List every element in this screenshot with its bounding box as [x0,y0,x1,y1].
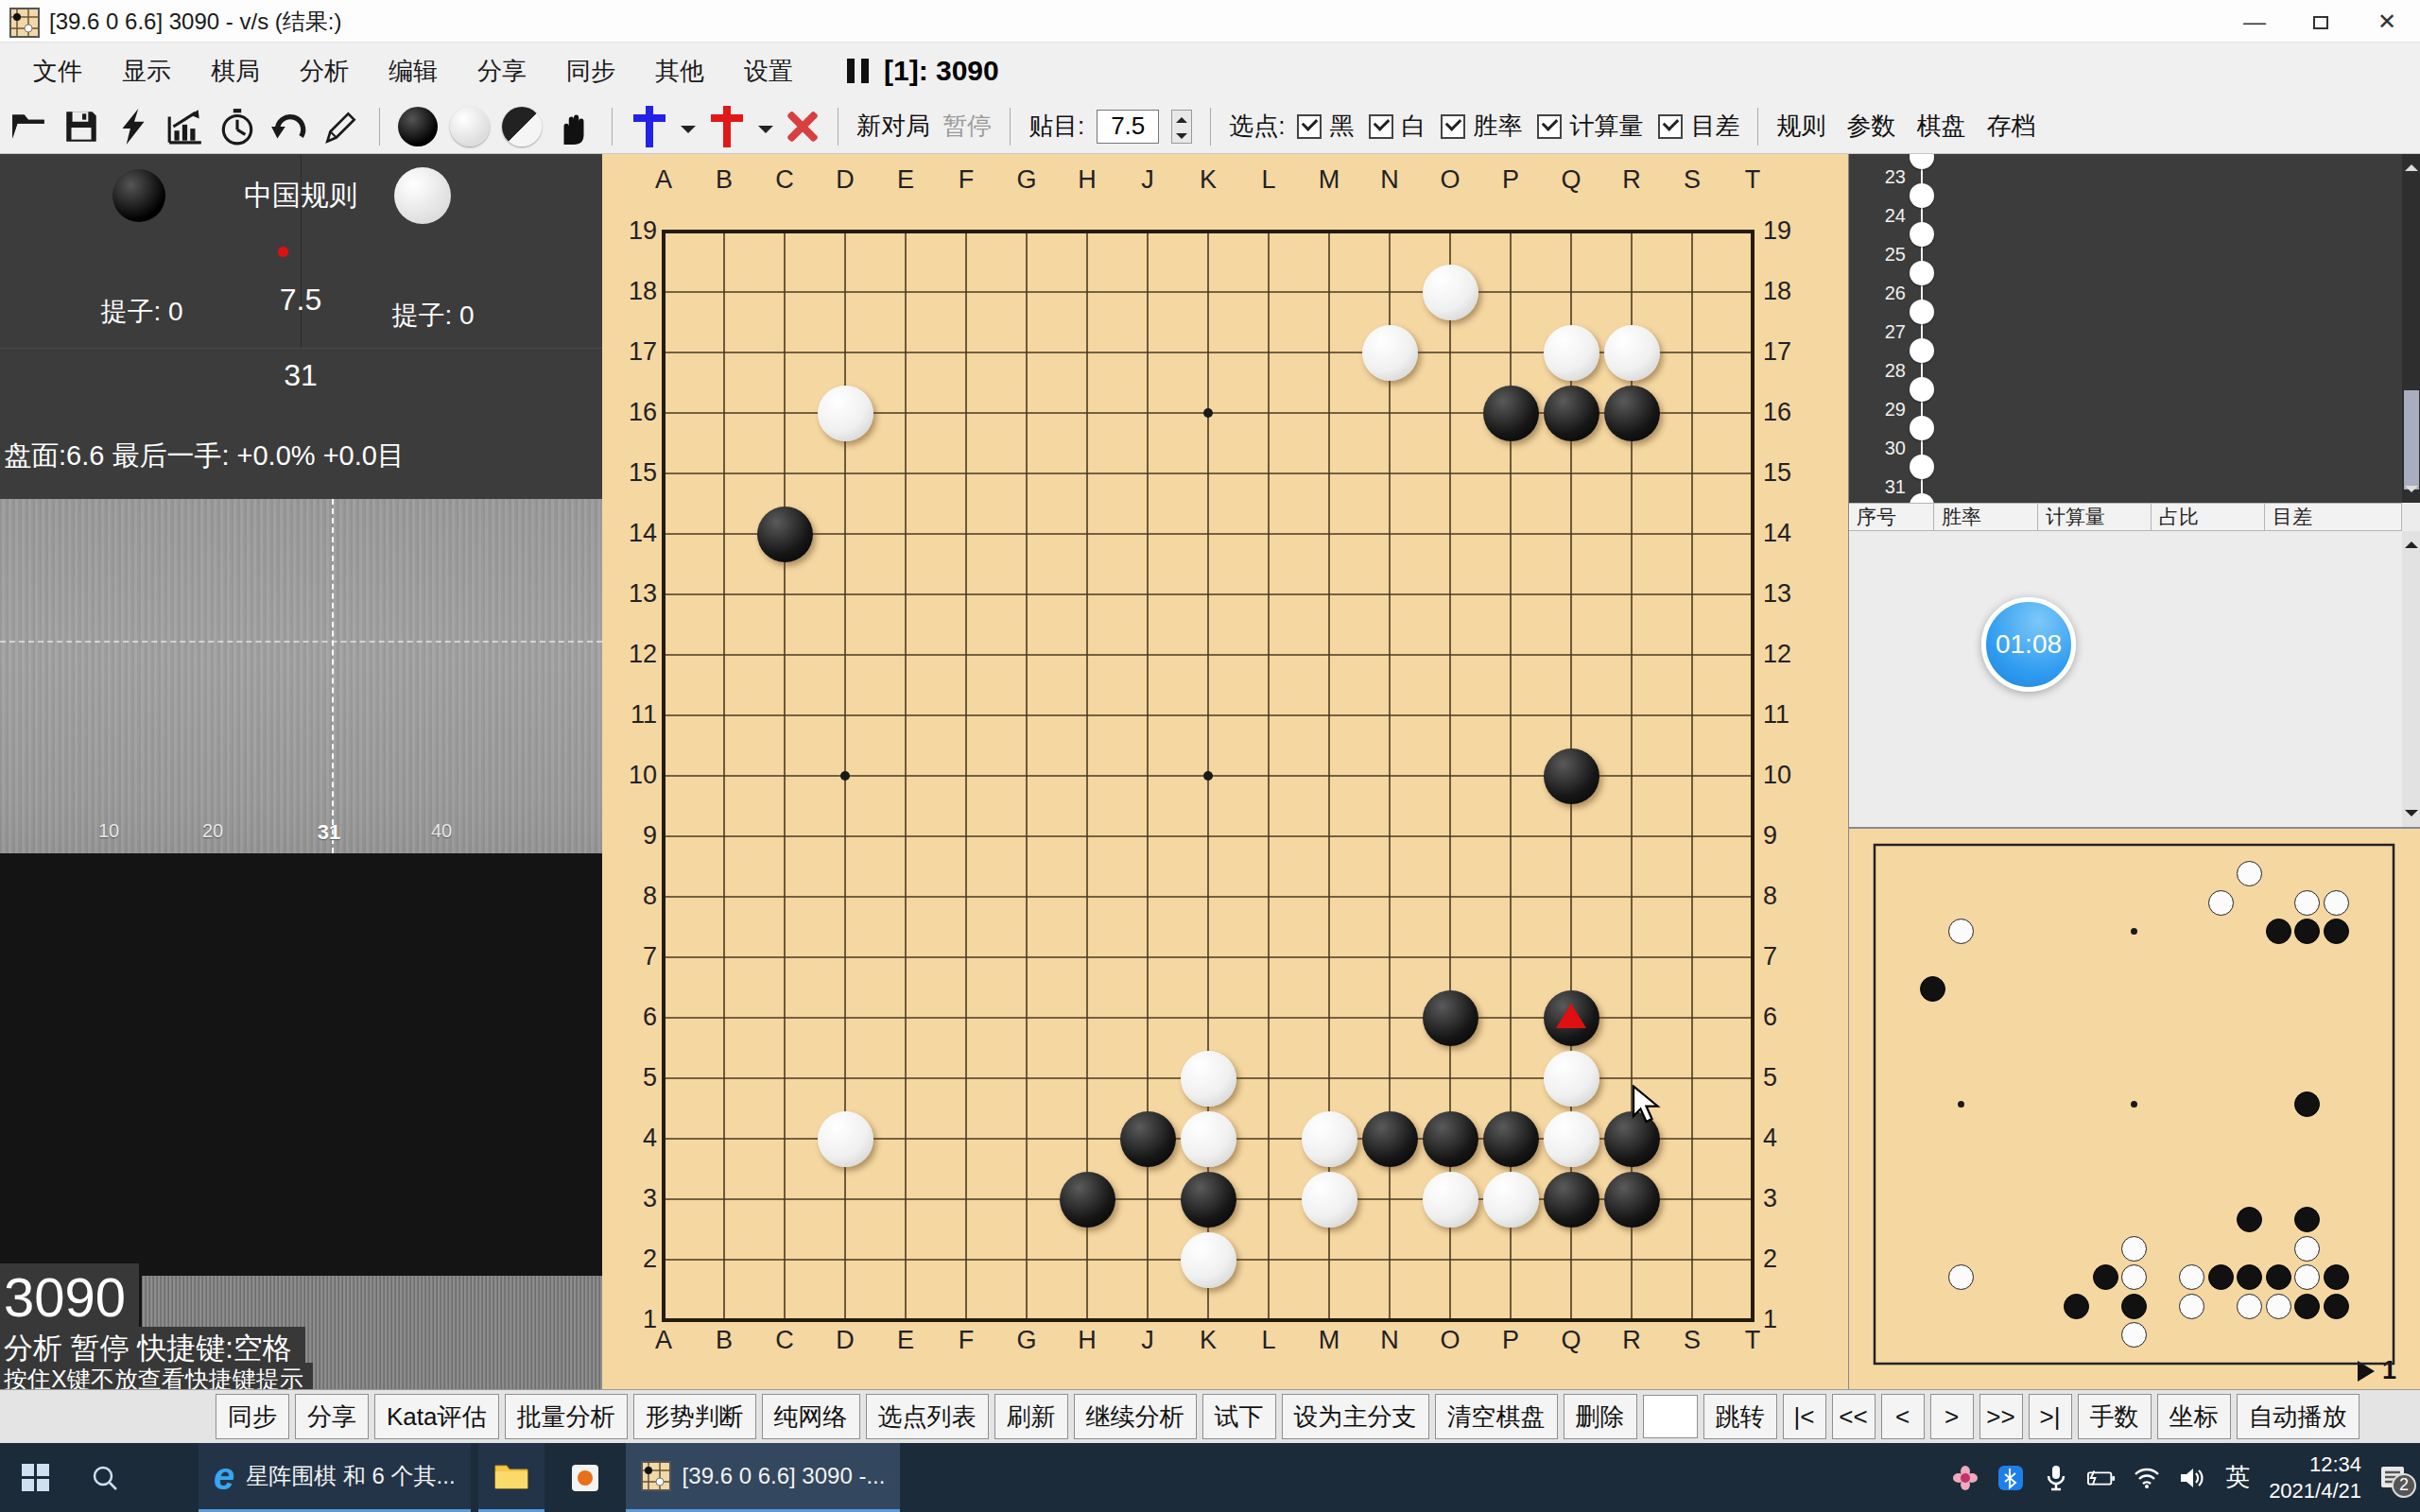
white-stone-R17[interactable] [2324,890,2349,916]
black-stone-P16[interactable] [1483,386,1539,441]
col-label-bottom-L: L [1250,1326,1288,1355]
move-node[interactable] [1910,300,1934,324]
close-button[interactable]: ✕ [2354,0,2420,43]
open-file-icon[interactable] [9,107,49,146]
row-label-right-9: 9 [1763,821,1810,850]
col-label-top-H: H [1068,165,1106,195]
nav-button-<[interactable]: < [1881,1394,1925,1439]
taskbar-store-app[interactable] [552,1443,618,1512]
col-label-bottom-J: J [1129,1326,1167,1355]
edge-icon: e [214,1455,234,1498]
bottom-button-自动播放[interactable]: 自动播放 [2237,1394,2359,1439]
go-app-label: [39.6 0 6.6] 3090 -... [683,1463,886,1489]
black-stone-P16[interactable] [2266,919,2291,944]
white-stone-D4[interactable] [818,1111,873,1167]
black-stone-O6[interactable] [1423,990,1478,1046]
row-label-left-12: 12 [615,640,657,669]
row-label-right-5: 5 [1763,1063,1810,1092]
nav-button-<<[interactable]: << [1832,1394,1875,1439]
move-node[interactable] [1910,493,1934,503]
row-label-left-3: 3 [615,1184,657,1213]
menu-item-设置[interactable]: 设置 [724,55,813,88]
black-stone-J4[interactable] [1120,1111,1176,1167]
clock-icon[interactable] [217,107,257,146]
white-stone-P3[interactable] [2266,1294,2291,1319]
graph-tick: 40 [423,820,460,842]
black-stone-O4[interactable] [2237,1264,2262,1290]
store-icon [570,1463,600,1493]
move-node[interactable] [1910,377,1934,402]
komi-input[interactable] [1097,110,1159,144]
star-point-D10 [1958,1101,1964,1108]
white-stone-M3[interactable] [2179,1294,2204,1319]
white-stone-O3[interactable] [1423,1172,1478,1228]
alternate-stone-icon[interactable] [502,107,542,146]
col-label-top-G: G [1008,165,1046,195]
white-stone-D4[interactable] [1948,1264,1974,1290]
analysis-timer: 01:08 [1981,597,2076,692]
menu-item-同步[interactable]: 同步 [546,55,635,88]
move-node[interactable] [1910,455,1934,479]
menu-item-文件[interactable]: 文件 [13,55,102,88]
undo-icon[interactable] [269,107,309,146]
chart-icon[interactable] [165,107,205,146]
clock-time: 12:34 [2269,1452,2361,1478]
row-label-right-16: 16 [1763,398,1810,427]
menu-items: 文件显示棋局分析编辑分享同步其他设置 [13,55,813,88]
notification-badge: 2 [2392,1473,2416,1498]
row-label-left-8: 8 [615,882,657,911]
folder-icon [494,1462,528,1490]
white-stone-D16[interactable] [818,386,873,441]
go-app-icon [641,1461,671,1491]
bottom-button-刷新[interactable]: 刷新 [994,1394,1068,1439]
toolbar-separator [1210,108,1211,146]
row-label-left-5: 5 [615,1063,657,1092]
start-button[interactable] [0,1443,70,1512]
menu-item-其他[interactable]: 其他 [635,55,724,88]
col-label-top-O: O [1431,165,1469,195]
pause-button[interactable]: 暂停 [942,110,992,143]
col-label-top-J: J [1129,165,1167,195]
bottom-toolbar: 同步分享Kata评估批量分析形势判断纯网络选点列表刷新继续分析试下设为主分支清空… [0,1389,2420,1443]
move-node-label: 27 [1857,321,1906,343]
black-stone-K3[interactable] [1181,1172,1236,1228]
taskbar-explorer-app[interactable] [478,1443,544,1512]
black-stone-R4[interactable] [2324,1264,2349,1290]
white-stone-K5[interactable] [1181,1051,1236,1107]
app-icon [9,8,40,38]
black-stone-H3[interactable] [1060,1172,1115,1228]
scroll-up-icon[interactable] [2405,535,2418,548]
menu-item-编辑[interactable]: 编辑 [369,55,458,88]
white-stone-P3[interactable] [1483,1172,1539,1228]
speaker-icon[interactable] [2178,1464,2206,1492]
black-stone-Q3[interactable] [2294,1294,2320,1319]
system-tray: 英 12:34 2021/4/21 2 [1951,1452,2420,1504]
col-label-bottom-G: G [1008,1326,1046,1355]
col-label-bottom-K: K [1189,1326,1227,1355]
col-label-bottom-Q: Q [1552,1326,1590,1355]
toolbar-button-规则[interactable]: 规则 [1776,110,1825,143]
taskbar-clock[interactable]: 12:34 2021/4/21 [2269,1452,2361,1504]
komi-spinner[interactable] [1171,110,1192,144]
menu-item-分享[interactable]: 分享 [458,55,546,88]
checkbox-checked-icon[interactable] [1297,114,1322,139]
row-label-right-2: 2 [1763,1245,1810,1274]
black-player-stone-icon [112,169,165,222]
black-stone-Q10[interactable] [1544,748,1599,804]
row-label-left-17: 17 [615,337,657,367]
analysis-list-area: 01:08 [1849,531,2402,827]
checkbox-label: 胜率 [1473,110,1522,143]
checkbox-label: 黑 [1329,110,1354,143]
white-stone-M4[interactable] [2179,1264,2204,1290]
bottom-button-清空棋盘[interactable]: 清空棋盘 [1435,1394,1558,1439]
black-stone-P4[interactable] [2266,1264,2291,1290]
col-label-top-F: F [947,165,985,195]
windows-logo-icon [22,1464,49,1491]
black-stone-O4[interactable] [1423,1111,1478,1167]
black-stone-R16[interactable] [2324,919,2349,944]
bottom-button-形势判断[interactable]: 形势判断 [633,1394,756,1439]
white-stone-N17[interactable] [1362,325,1418,381]
title-bar: [39.6 0 6.6] 3090 - v/s (结果:) — ✕ [0,0,2420,43]
clock-date: 2021/4/21 [2269,1478,2361,1504]
star-point-K10 [1203,771,1213,781]
white-stone-O18[interactable] [2237,861,2262,886]
star-point-K10 [2131,1101,2137,1108]
row-label-left-4: 4 [615,1124,657,1153]
checkbox-label: 目差 [1690,110,1739,143]
toolbar-separator [1757,108,1758,146]
white-stone-O3[interactable] [2237,1294,2262,1319]
bottom-button-设为主分支[interactable]: 设为主分支 [1282,1394,1429,1439]
white-stone-K2[interactable] [2121,1322,2147,1348]
toolbar-separator [838,108,838,146]
white-captures: 提子: 0 [348,298,518,334]
white-stone-D16[interactable] [1948,919,1974,944]
white-stone-M3[interactable] [1302,1172,1357,1228]
menu-item-分析[interactable]: 分析 [280,55,369,88]
col-label-top-T: T [1734,165,1772,195]
black-stone-O6[interactable] [2237,1207,2262,1232]
checkbox-label: 白 [1401,110,1426,143]
checkbox-白[interactable]: 白 [1369,110,1426,143]
row-label-left-7: 7 [615,942,657,971]
table-header-计算量[interactable]: 计算量 [2038,503,2152,531]
toolbar-checkboxes: 黑白胜率计算量目差 [1297,110,1739,143]
microphone-icon[interactable] [2042,1464,2070,1492]
toolbar-separator [612,108,613,146]
checkbox-计算量[interactable]: 计算量 [1537,110,1643,143]
col-label-bottom-B: B [705,1326,743,1355]
move-node-label: 24 [1857,205,1906,227]
white-stone-K5[interactable] [2121,1236,2147,1262]
pencil-icon[interactable] [321,107,361,146]
row-label-left-19: 19 [615,216,657,246]
row-label-right-6: 6 [1763,1003,1810,1032]
row-label-left-13: 13 [615,579,657,609]
col-label-top-K: K [1189,165,1227,195]
star-point-D10 [840,771,850,781]
black-stone-R16[interactable] [1604,386,1660,441]
white-stone-O18[interactable] [1423,265,1478,320]
col-label-bottom-D: D [826,1326,864,1355]
scroll-down-icon[interactable] [2405,810,2418,823]
col-label-bottom-C: C [766,1326,804,1355]
row-label-right-17: 17 [1763,337,1810,367]
col-label-top-D: D [826,165,864,195]
col-label-top-P: P [1492,165,1530,195]
bottom-button-批量分析[interactable]: 批量分析 [505,1394,628,1439]
status-line: 盘面:6.6 最后一手: +0.0% +0.0目 [4,438,405,475]
row-label-left-2: 2 [615,1245,657,1274]
save-icon[interactable] [61,107,101,146]
move-node-label: 28 [1857,360,1906,382]
jump-move-input[interactable] [1643,1395,1698,1438]
col-label-bottom-O: O [1431,1326,1469,1355]
white-stone-Q5[interactable] [1544,1051,1599,1107]
taskbar-edge-app[interactable]: e 星阵围棋 和 6 个其... [199,1443,471,1512]
col-label-top-Q: Q [1552,165,1590,195]
black-stone-Q16[interactable] [2294,919,2320,944]
table-header-序号[interactable]: 序号 [1849,503,1934,531]
bottom-button-手数[interactable]: 手数 [2078,1394,2152,1439]
info-divider-horizontal [0,348,602,349]
col-label-top-C: C [766,165,804,195]
menu-item-棋局[interactable]: 棋局 [191,55,280,88]
checkbox-目差[interactable]: 目差 [1658,110,1739,143]
white-stone-K2[interactable] [1181,1232,1236,1288]
window-title: [39.6 0 6.6] 3090 - v/s (结果:) [49,0,341,43]
white-stone-M4[interactable] [1302,1111,1357,1167]
white-stone-Q5[interactable] [2294,1236,2320,1262]
bottom-button-试下[interactable]: 试下 [1202,1394,1276,1439]
move-node[interactable] [1910,261,1934,285]
battery-icon[interactable] [2087,1464,2116,1492]
language-indicator[interactable]: 英 [2223,1464,2252,1492]
row-label-right-15: 15 [1763,458,1810,488]
checkbox-checked-icon[interactable] [1658,114,1683,139]
row-label-right-3: 3 [1763,1184,1810,1213]
black-stone-Q3[interactable] [1544,1172,1599,1228]
mouse-cursor [1631,1085,1665,1125]
menu-item-显示[interactable]: 显示 [102,55,191,88]
black-stone-Q16[interactable] [1544,386,1599,441]
row-label-left-6: 6 [615,1003,657,1032]
red-x-icon[interactable] [786,110,820,144]
taskbar-go-app-active[interactable]: [39.6 0 6.6] 3090 -... [626,1443,901,1512]
black-stone-Q10[interactable] [2294,1091,2320,1117]
bottom-button-坐标[interactable]: 坐标 [2157,1394,2231,1439]
row-label-right-8: 8 [1763,882,1810,911]
scroll-up-icon[interactable] [2405,158,2418,171]
bottom-button-选点列表[interactable]: 选点列表 [866,1394,989,1439]
col-label-bottom-N: N [1371,1326,1409,1355]
col-label-bottom-R: R [1613,1326,1651,1355]
left-panel: 中国规则 提子: 0 7.5 提子: 0 31 盘面:6.6 最后一手: +0.… [0,154,602,1389]
black-stone-P4[interactable] [1483,1111,1539,1167]
menu-bar: 文件显示棋局分析编辑分享同步其他设置 [1]: 3090 [0,43,2420,99]
row-label-right-4: 4 [1763,1124,1810,1153]
new-game-button[interactable]: 新对局 [856,110,930,143]
move-node[interactable] [1910,416,1934,440]
bottom-button-删除[interactable]: 删除 [1564,1394,1637,1439]
col-label-top-B: B [705,165,743,195]
graph-tick: 31 [310,820,348,845]
graph-texture [0,499,602,853]
last-move-triangle-marker [1556,1004,1586,1028]
move-tree-scrollbar[interactable] [2402,154,2420,503]
toolbar-button-存档[interactable]: 存档 [1986,110,2035,143]
taskbar: e 星阵围棋 和 6 个其... [39.6 0 6.6] 3090 -... [0,1443,2420,1512]
checkbox-checked-icon[interactable] [1369,114,1393,139]
col-label-top-N: N [1371,165,1409,195]
row-label-left-14: 14 [615,519,657,548]
col-label-bottom-P: P [1492,1326,1530,1355]
col-label-bottom-E: E [887,1326,925,1355]
toolbar-separator [1010,108,1011,146]
bottom-button-纯网络[interactable]: 纯网络 [762,1394,860,1439]
nav-button->|[interactable]: >| [2029,1394,2072,1439]
black-stone-R3[interactable] [2324,1294,2349,1319]
black-stone-N4[interactable] [1362,1111,1418,1167]
row-label-right-10: 10 [1763,761,1810,790]
white-stone-N17[interactable] [2208,890,2234,916]
engine-move-indicator: [1]: 3090 [884,55,999,87]
analysis-scrollbar[interactable] [2402,531,2420,827]
row-label-right-19: 19 [1763,216,1810,246]
toolbar-links: 规则参数棋盘存档 [1776,110,2035,143]
graph-tick: 20 [194,820,232,842]
col-label-top-A: A [645,165,683,195]
col-label-bottom-S: S [1673,1326,1711,1355]
graph-tick: 10 [90,820,128,842]
scrollbar-thumb[interactable] [2404,390,2419,490]
black-stone-H3[interactable] [2064,1294,2089,1319]
col-label-top-R: R [1613,165,1651,195]
nav-button->>[interactable]: >> [1979,1394,2023,1439]
lightning-icon[interactable] [113,107,153,146]
blue-cross-icon[interactable] [631,106,668,147]
move-node[interactable] [1910,338,1934,363]
table-header-胜率[interactable]: 胜率 [1934,503,2038,531]
white-stone-R17[interactable] [1604,325,1660,381]
table-header-目差[interactable]: 目差 [2265,503,2402,531]
black-stone-J4[interactable] [2093,1264,2118,1290]
col-label-top-E: E [887,165,925,195]
checkbox-胜率[interactable]: 胜率 [1441,110,1522,143]
app-window: [39.6 0 6.6] 3090 - v/s (结果:) — ✕ 文件显示棋局… [0,0,2420,1512]
bottom-button-分享[interactable]: 分享 [295,1394,369,1439]
black-stone-R3[interactable] [1604,1172,1660,1228]
checkbox-checked-icon[interactable] [1441,114,1465,139]
move-node[interactable] [1910,183,1934,208]
red-cross-icon[interactable] [708,106,746,147]
white-stone-icon[interactable] [450,107,490,146]
toolbar-button-棋盘[interactable]: 棋盘 [1916,110,1965,143]
mini-board[interactable]: 1 [1849,827,2420,1389]
game-info-area: 中国规则 提子: 0 7.5 提子: 0 31 盘面:6.6 最后一手: +0.… [0,154,602,499]
notification-center-icon[interactable]: 2 [2378,1464,2407,1492]
edge-label: 星阵围棋 和 6 个其... [246,1461,455,1491]
komi-label: 贴目: [1028,110,1084,143]
black-stone-C14[interactable] [757,507,813,562]
move-node-label: 23 [1857,166,1906,188]
maximize-button[interactable] [2288,0,2354,43]
nav-button-|<[interactable]: |< [1783,1394,1826,1439]
flower-tray-icon[interactable] [1951,1464,1979,1492]
col-label-bottom-M: M [1310,1326,1348,1355]
scroll-down-icon[interactable] [2405,486,2418,499]
black-stone-N4[interactable] [2208,1264,2234,1290]
white-stone-K4[interactable] [2121,1264,2147,1290]
blue-cross-dropdown-icon[interactable] [681,126,696,141]
bottom-button-Kata评估[interactable]: Kata评估 [374,1394,499,1439]
hand-icon[interactable] [554,107,594,146]
toolbar: 新对局 暂停 贴目: 选点: 黑白胜率计算量目差 规则参数棋盘存档 [0,99,2420,154]
black-stone-C14[interactable] [1920,976,1945,1002]
row-label-right-13: 13 [1763,579,1810,609]
row-label-left-1: 1 [615,1305,657,1334]
white-stone-K4[interactable] [1181,1111,1236,1167]
move-node[interactable] [1910,154,1934,169]
checkbox-checked-icon[interactable] [1537,114,1562,139]
move-node[interactable] [1910,222,1934,247]
row-label-right-14: 14 [1763,519,1810,548]
black-captures: 提子: 0 [57,294,227,330]
move-tree-area[interactable]: 232425262728293031 [1849,154,2420,503]
minimize-button[interactable]: — [2221,0,2288,43]
toolbar-button-参数[interactable]: 参数 [1846,110,1895,143]
row-label-right-7: 7 [1763,942,1810,971]
graph-current-move-line [332,499,334,853]
move-node-label: 31 [1857,476,1906,498]
white-player-stone-icon [394,167,451,224]
main-board[interactable]: AABBCCDDEEFFGGHHJJKKLLMMNNOOPPQQRRSSTT19… [602,154,1848,1389]
winrate-graph[interactable]: 10203140 [0,499,602,853]
black-stone-Q6[interactable] [2294,1207,2320,1232]
search-button[interactable] [70,1443,140,1512]
white-stone-Q17[interactable] [2294,890,2320,916]
bottom-button-jump[interactable]: 跳转 [1703,1394,1777,1439]
turn-indicator-dot [278,247,288,257]
black-stone-icon[interactable] [398,107,438,146]
row-label-left-18: 18 [615,277,657,306]
table-header-占比[interactable]: 占比 [2152,503,2265,531]
black-stone-K3[interactable] [2121,1294,2147,1319]
white-stone-Q17[interactable] [1544,325,1599,381]
bottom-button-同步[interactable]: 同步 [216,1394,289,1439]
toolbar-separator [379,108,380,146]
col-label-bottom-F: F [947,1326,985,1355]
wifi-icon[interactable] [2133,1464,2161,1492]
red-cross-dropdown-icon[interactable] [758,126,773,141]
row-label-left-9: 9 [615,821,657,850]
analysis-table-header: 序号胜率计算量占比目差 [1849,503,2402,531]
engine-name: 3090 [0,1263,139,1331]
move-node-label: 29 [1857,399,1906,421]
pause-icon[interactable] [847,59,869,83]
white-stone-Q4[interactable] [2294,1264,2320,1290]
row-label-left-16: 16 [615,398,657,427]
nav-button->[interactable]: > [1930,1394,1974,1439]
checkbox-黑[interactable]: 黑 [1297,110,1354,143]
white-stone-Q4[interactable] [1544,1111,1599,1167]
bottom-button-继续分析[interactable]: 继续分析 [1074,1394,1197,1439]
bluetooth-icon[interactable] [1996,1464,2025,1492]
